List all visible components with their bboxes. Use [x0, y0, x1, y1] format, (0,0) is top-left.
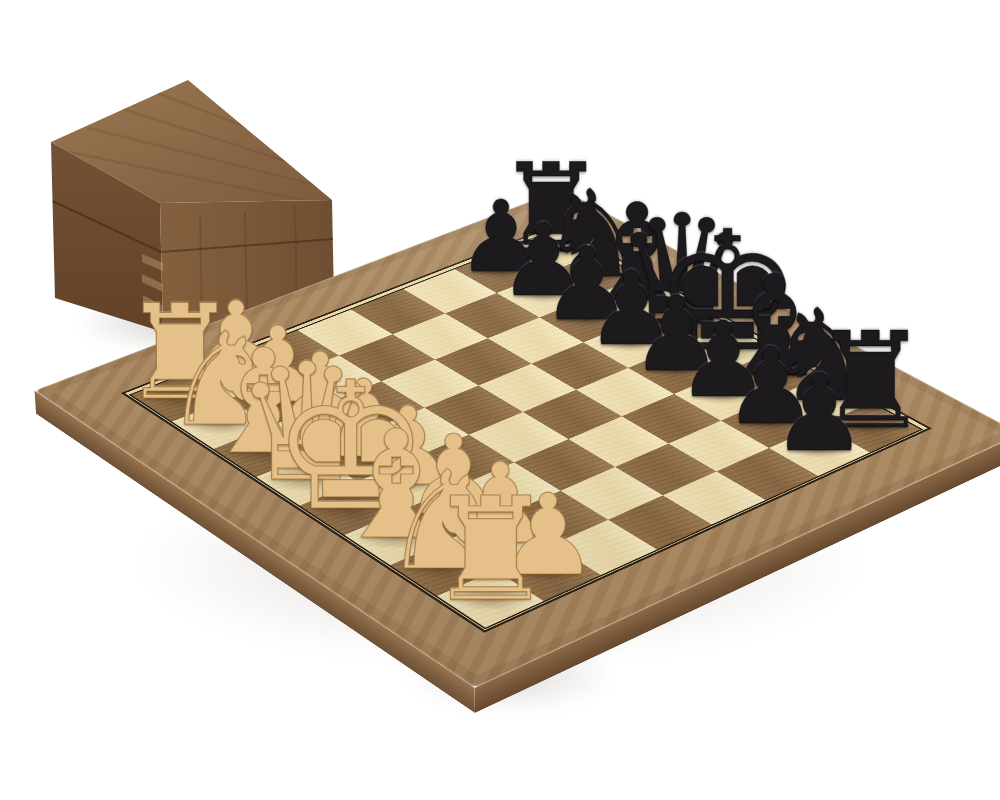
square-f5[interactable] [569, 416, 669, 467]
square-h5[interactable] [663, 471, 766, 524]
square-h4[interactable] [608, 495, 712, 549]
square-g5[interactable] [615, 444, 716, 496]
chess-set-photo-scene: ♜♞♝♛♚♝♞♜♟♟♟♟♟♟♟♟♟♟♟♟♟♟♟♟♜♞♝♛♚♝♞♜ [0, 0, 1000, 800]
black-pawn[interactable]: ♟ [772, 361, 868, 468]
white-rook[interactable]: ♜ [426, 479, 554, 622]
